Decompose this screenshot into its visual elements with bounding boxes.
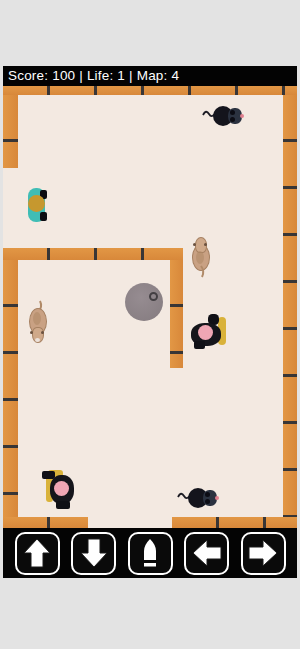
brick-wall-outer-left-lower [3,260,18,517]
hunter-sprite [42,468,78,509]
brick-wall-outer-bottom-left [3,517,88,528]
brick-wall-outer-left-upper [3,95,18,168]
boulder-sprite [125,283,163,321]
rat-sprite [27,300,47,342]
right-button[interactable] [241,532,286,575]
shoot-button[interactable] [128,532,173,575]
down-button[interactable] [71,532,116,575]
left-button[interactable] [184,532,229,575]
hunter-sprite [190,314,228,350]
brick-wall-outer-bottom-right [172,517,297,528]
control-bar [3,528,297,578]
arrow-left-icon [190,536,224,570]
hud-text: Score: 100 | Life: 1 | Map: 4 [8,68,179,83]
player-skateboard-sprite [28,188,48,224]
arrow-down-icon [77,536,111,570]
hud-bar: Score: 100 | Life: 1 | Map: 4 [3,66,297,86]
arrow-up-icon [20,536,54,570]
brick-wall-outer-top [3,86,297,95]
game-field [3,86,297,528]
brick-wall-inner-vertical [170,260,183,368]
arrow-right-icon [246,536,280,570]
brick-wall-outer-right [283,95,297,528]
mouse-sprite [177,486,219,510]
phone-screen: Score: 100 | Life: 1 | Map: 4 [0,0,300,649]
mouse-sprite [202,104,244,128]
up-button[interactable] [15,532,60,575]
brick-wall-inner-horizontal [3,248,183,260]
rat-sprite [190,236,210,278]
bullet-icon [133,536,167,570]
